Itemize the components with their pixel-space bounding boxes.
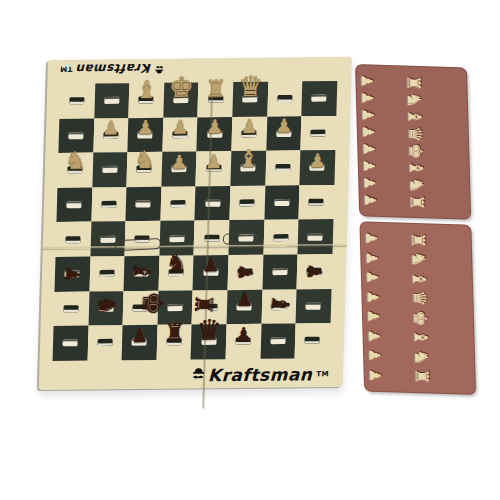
brand-logo-top: KraftsmanTM [60,61,165,77]
trademark-symbol: TM [60,65,73,73]
brown-pawn[interactable]: ♟ [131,325,149,344]
king-cutout-icon: ♚ [412,308,471,329]
piece-slot [101,201,116,208]
square-b6[interactable] [92,152,128,187]
piece-slot [305,337,320,344]
product-photo: KraftsmanTM ♝♚♜♛♟♟♟♟♟♟♞♞♟♟♝♟♟♝♞♟♟♟♞♚♜♟♝♟… [0,0,500,500]
brown-pawn[interactable]: ♟ [202,256,220,275]
brown-bishop[interactable]: ♝ [129,259,156,283]
square-h3[interactable]: ♟ [297,254,333,289]
square-f3[interactable]: ♟ [227,255,263,290]
chess-board: KraftsmanTM ♝♚♜♛♟♟♟♟♟♟♞♞♟♟♝♟♟♝♞♟♟♟♞♚♜♟♝♟… [39,57,352,390]
pawn-cutout-icon: ♟ [364,228,411,249]
hinge-clasp-icon [115,238,161,251]
piece-slot [170,200,185,207]
square-c8[interactable]: ♝ [129,83,165,118]
piece-slot [270,337,285,344]
pawn-cutout-icon: ♟ [362,174,408,192]
square-e7[interactable]: ♟ [197,117,233,152]
square-g3[interactable] [262,254,298,289]
brown-knight[interactable]: ♞ [165,251,187,275]
board-squares: ♝♚♜♛♟♟♟♟♟♟♞♞♟♟♝♟♟♝♞♟♟♟♞♚♜♟♝♟♜♛♟ [53,81,337,361]
square-h1[interactable] [295,323,331,358]
piece-slot [66,236,81,243]
square-e3[interactable]: ♟ [193,255,229,290]
piece-slot [99,270,114,277]
bishop-cutout-icon: ♝ [412,327,471,348]
piece-slot [69,132,84,139]
square-b1[interactable] [87,325,123,360]
pawn-cutout-icon: ♟ [361,140,407,158]
tan-bishop[interactable]: ♝ [136,78,158,102]
bishop-cutout-icon: ♝ [411,269,470,290]
square-c6[interactable]: ♞ [127,152,163,187]
brown-pawn[interactable]: ♟ [236,290,254,309]
tan-pawn[interactable]: ♟ [275,116,293,135]
square-a8[interactable] [59,84,95,119]
square-g5[interactable] [264,185,300,220]
piece-slot [306,303,321,310]
brown-rook[interactable]: ♜ [163,320,185,344]
square-g7[interactable]: ♟ [266,116,302,151]
mustache-man-icon [154,61,164,76]
pawn-cutout-icon: ♟ [360,89,406,107]
brand-name: Kraftsman [208,364,313,385]
tan-pawn[interactable]: ♟ [241,117,259,136]
square-d6[interactable]: ♟ [161,152,197,187]
tray[interactable]: ♟♜♟♞♟♝♟♛♟♚♟♝♟♞♟♜ [355,64,471,220]
knight-cutout-icon: ♞ [410,249,469,270]
trademark-symbol: TM [316,370,329,378]
piece-slot [100,235,115,242]
tan-bishop[interactable]: ♝ [237,146,259,170]
square-g1[interactable] [260,324,296,359]
tan-pawn[interactable]: ♟ [206,117,224,136]
square-h6[interactable]: ♟ [300,150,336,185]
pawn-cutout-icon: ♟ [366,306,413,327]
mustache-man-icon [191,365,206,385]
tan-rook[interactable]: ♜ [205,78,227,102]
bishop-cutout-icon: ♝ [406,108,464,127]
square-g4[interactable] [263,220,299,255]
hinge-clasp-icon [223,232,257,245]
piece-slot [169,235,184,242]
pawn-cutout-icon: ♟ [365,287,412,308]
piece-slot [312,95,327,102]
tray[interactable]: ♟♜♟♞♟♝♟♛♟♚♟♝♟♞♟♜ [359,221,476,395]
square-f6[interactable]: ♝ [230,151,266,186]
piece-slot [240,199,255,206]
brown-pawn[interactable]: ♟ [236,263,257,282]
pawn-cutout-icon: ♟ [360,106,406,124]
square-e5[interactable] [195,186,231,221]
square-d3[interactable]: ♞ [158,255,194,290]
brown-knight[interactable]: ♞ [94,294,121,318]
square-d8[interactable]: ♚ [163,82,199,117]
square-a2[interactable] [54,291,90,326]
knight-cutout-icon: ♞ [406,91,464,110]
square-d7[interactable]: ♟ [162,117,198,152]
square-a3[interactable]: ♟ [55,257,91,292]
pawn-cutout-icon: ♟ [365,267,412,288]
piece-slot [104,97,119,104]
pawn-cutout-icon: ♟ [364,248,411,269]
piece-slot [64,305,79,312]
piece-slot [136,201,151,208]
piece-slot [275,164,290,171]
piece-trays: ♟♜♟♞♟♝♟♛♟♚♟♝♟♞♟♜ ♟♜♟♞♟♝♟♛♟♚♟♝♟♞♟♜ [355,64,478,400]
piece-slot [102,166,117,173]
piece-slot [63,340,78,347]
square-h2[interactable] [296,289,332,324]
pawn-cutout-icon: ♟ [359,72,405,90]
square-e6[interactable]: ♟ [196,151,232,186]
square-f2[interactable]: ♟ [227,289,263,324]
queen-cutout-icon: ♛ [411,288,470,309]
square-h7[interactable] [301,116,337,151]
tan-pawn[interactable]: ♟ [205,152,223,171]
pawn-cutout-icon: ♟ [363,191,409,209]
square-g2[interactable]: ♝ [261,289,297,324]
brown-bishop[interactable]: ♝ [267,292,294,316]
square-h5[interactable] [299,185,335,220]
square-e8[interactable]: ♜ [198,82,234,117]
brown-queen[interactable]: ♛ [196,316,222,344]
square-e1[interactable]: ♛ [191,324,227,359]
tan-queen[interactable]: ♛ [237,73,263,101]
tan-king[interactable]: ♚ [168,74,194,102]
pawn-cutout-icon: ♟ [361,123,407,141]
square-g8[interactable] [267,81,303,116]
tan-pawn[interactable]: ♟ [137,118,155,137]
brown-pawn[interactable]: ♟ [63,264,84,283]
knight-cutout-icon: ♞ [408,176,466,195]
square-c3[interactable]: ♝ [124,256,160,291]
piece-slot [309,199,324,206]
tan-knight[interactable]: ♞ [64,148,86,172]
square-a5[interactable] [56,187,92,222]
pawn-cutout-icon: ♟ [367,365,414,386]
piece-slot [274,199,289,206]
brand-logo-bottom: KraftsmanTM [191,364,330,385]
tan-pawn[interactable]: ♟ [171,117,189,136]
piece-slot [273,234,288,241]
tan-pawn[interactable]: ♟ [309,151,327,170]
queen-cutout-icon: ♛ [407,125,465,144]
square-f8[interactable]: ♛ [232,82,268,117]
square-c2[interactable]: ♚ [123,290,159,325]
rook-cutout-icon: ♜ [409,193,467,212]
brown-pawn[interactable]: ♟ [305,262,326,281]
square-d5[interactable] [160,186,196,221]
tan-knight[interactable]: ♞ [134,147,156,171]
rook-cutout-icon: ♜ [410,230,469,251]
piece-slot [67,201,82,208]
square-d1[interactable]: ♜ [156,325,192,360]
piece-slot [311,129,326,136]
square-a6[interactable]: ♞ [57,153,93,188]
square-b3[interactable] [89,256,125,291]
piece-slot [272,268,287,275]
pawn-cutout-icon: ♟ [366,326,413,347]
square-a4[interactable] [55,222,91,257]
piece-slot [277,95,292,102]
piece-slot [70,97,85,104]
square-c1[interactable]: ♟ [122,325,158,360]
square-h4[interactable] [298,219,334,254]
tan-pawn[interactable]: ♟ [102,118,120,137]
king-cutout-icon: ♚ [407,142,465,161]
square-b8[interactable] [94,83,130,118]
tan-pawn[interactable]: ♟ [170,152,188,171]
brown-pawn[interactable]: ♟ [235,324,253,343]
square-b5[interactable] [91,187,127,222]
square-f1[interactable]: ♟ [226,324,262,359]
square-f5[interactable] [229,186,265,221]
rook-cutout-icon: ♜ [413,366,472,387]
square-c5[interactable] [126,187,162,222]
piece-slot [168,304,183,311]
rook-cutout-icon: ♜ [405,74,463,93]
square-a1[interactable] [53,326,89,361]
square-g6[interactable] [265,151,301,186]
piece-slot [97,339,112,346]
knight-cutout-icon: ♞ [413,347,472,368]
brand-name: Kraftsman [76,61,151,76]
square-b7[interactable]: ♟ [93,118,129,153]
piece-slot [308,233,323,240]
pawn-cutout-icon: ♟ [367,346,414,367]
square-h8[interactable] [302,81,338,116]
brown-king[interactable]: ♚ [138,291,168,317]
bishop-cutout-icon: ♝ [408,159,466,178]
square-b2[interactable]: ♞ [88,291,124,326]
pawn-cutout-icon: ♟ [362,157,408,175]
